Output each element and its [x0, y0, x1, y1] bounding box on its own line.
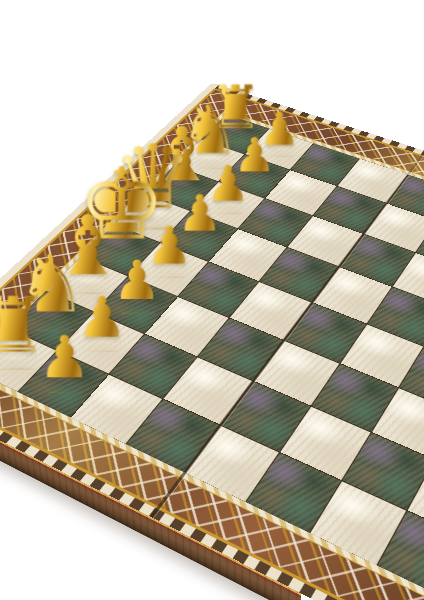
chess-set-photo: ♜♟♞♟♝♟♛♟♚♟♝♟♞♟♜♟ — [0, 0, 424, 600]
pawn-glyph: ♟ — [0, 329, 139, 387]
board-top-face: ♜♟♞♟♝♟♛♟♚♟♝♟♞♟♜♟ — [0, 83, 424, 600]
chess-board: ♜♟♞♟♝♟♛♟♚♟♝♟♞♟♜♟ — [0, 83, 424, 600]
board-scene: ♜♟♞♟♝♟♛♟♚♟♝♟♞♟♜♟ — [0, 0, 424, 600]
square-f5[interactable] — [254, 340, 339, 405]
